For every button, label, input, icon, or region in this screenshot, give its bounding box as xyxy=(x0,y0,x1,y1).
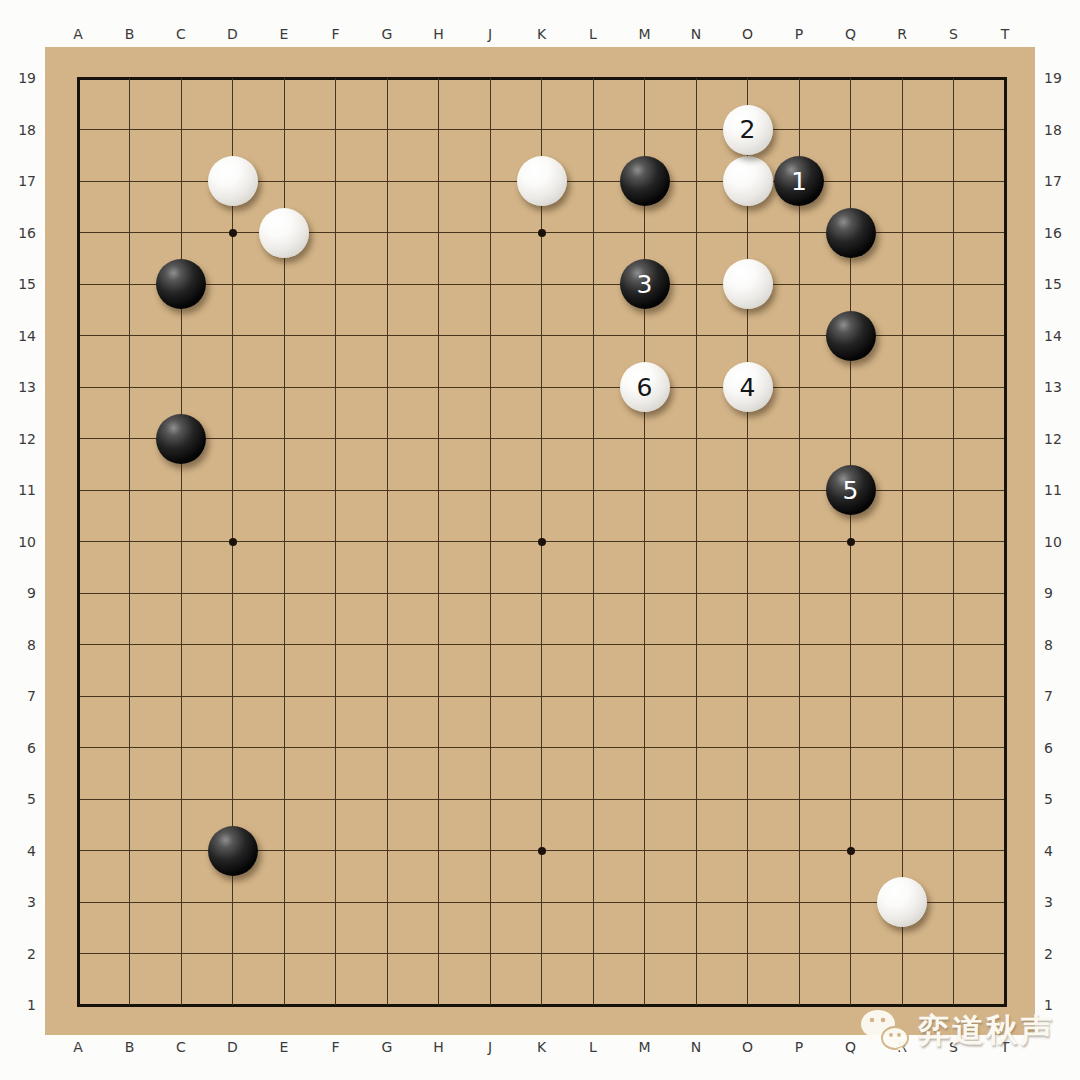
intersection xyxy=(722,825,774,877)
column-label: L xyxy=(567,1035,619,1080)
intersection xyxy=(825,258,877,310)
intersection xyxy=(979,876,1031,928)
intersection xyxy=(258,567,310,619)
intersection xyxy=(928,310,980,362)
intersection xyxy=(258,413,310,465)
intersection xyxy=(464,773,516,825)
intersection xyxy=(104,928,156,980)
intersection xyxy=(310,207,362,259)
intersection xyxy=(52,619,104,671)
intersection xyxy=(413,516,465,568)
row-label: 1 xyxy=(0,979,45,1031)
intersection xyxy=(258,928,310,980)
intersection xyxy=(104,413,156,465)
intersection xyxy=(825,773,877,825)
column-label: T xyxy=(979,0,1031,47)
intersection xyxy=(979,825,1031,877)
intersection xyxy=(567,155,619,207)
intersection xyxy=(567,825,619,877)
column-label: N xyxy=(670,1035,722,1080)
intersection xyxy=(310,567,362,619)
intersection xyxy=(567,773,619,825)
intersection xyxy=(155,155,207,207)
intersection xyxy=(619,722,671,774)
intersection xyxy=(258,722,310,774)
stone-m13: 6 xyxy=(620,362,670,412)
intersection xyxy=(310,619,362,671)
row-label: 5 xyxy=(0,773,45,825)
intersection xyxy=(567,619,619,671)
row-label: 16 xyxy=(1035,207,1080,259)
intersection xyxy=(258,670,310,722)
intersection xyxy=(928,876,980,928)
intersection xyxy=(361,207,413,259)
intersection xyxy=(670,567,722,619)
intersection xyxy=(104,310,156,362)
intersection xyxy=(361,52,413,104)
intersection xyxy=(619,464,671,516)
column-label: M xyxy=(619,1035,671,1080)
watermark-text: 弈道秋声 xyxy=(918,1009,1054,1053)
intersection xyxy=(619,928,671,980)
intersection xyxy=(361,722,413,774)
intersection xyxy=(979,361,1031,413)
column-label: R xyxy=(876,0,928,47)
intersection xyxy=(258,155,310,207)
intersection xyxy=(567,52,619,104)
intersection xyxy=(670,516,722,568)
intersection xyxy=(361,773,413,825)
column-label: C xyxy=(155,1035,207,1080)
intersection xyxy=(207,722,259,774)
intersection xyxy=(52,979,104,1031)
column-label: E xyxy=(258,1035,310,1080)
intersection xyxy=(258,464,310,516)
column-label: J xyxy=(464,1035,516,1080)
column-label: J xyxy=(464,0,516,47)
intersection xyxy=(516,722,568,774)
intersection xyxy=(928,773,980,825)
intersection xyxy=(464,104,516,156)
column-label: G xyxy=(361,0,413,47)
column-label: A xyxy=(52,0,104,47)
intersection xyxy=(876,310,928,362)
intersection xyxy=(207,567,259,619)
intersection xyxy=(825,670,877,722)
intersection xyxy=(670,207,722,259)
intersection xyxy=(619,52,671,104)
row-label: 10 xyxy=(0,516,45,568)
intersection xyxy=(104,722,156,774)
intersection xyxy=(207,928,259,980)
intersection xyxy=(104,207,156,259)
intersection xyxy=(361,825,413,877)
intersection xyxy=(464,361,516,413)
stone-number: 4 xyxy=(740,375,756,400)
intersection xyxy=(155,619,207,671)
column-label: D xyxy=(207,1035,259,1080)
intersection xyxy=(773,619,825,671)
intersection xyxy=(104,104,156,156)
intersection xyxy=(413,979,465,1031)
intersection xyxy=(155,464,207,516)
intersection xyxy=(670,928,722,980)
intersection xyxy=(567,928,619,980)
intersection xyxy=(825,722,877,774)
intersection xyxy=(207,310,259,362)
intersection xyxy=(464,310,516,362)
row-label: 13 xyxy=(1035,361,1080,413)
intersection xyxy=(722,464,774,516)
intersection xyxy=(567,567,619,619)
intersection xyxy=(516,928,568,980)
intersection xyxy=(361,979,413,1031)
intersection xyxy=(310,464,362,516)
intersection xyxy=(876,155,928,207)
intersection xyxy=(413,361,465,413)
intersection xyxy=(619,207,671,259)
intersection xyxy=(619,619,671,671)
intersection xyxy=(567,876,619,928)
intersection xyxy=(310,155,362,207)
column-label: C xyxy=(155,0,207,47)
intersection xyxy=(619,104,671,156)
intersection xyxy=(876,670,928,722)
row-label: 10 xyxy=(1035,516,1080,568)
intersection xyxy=(104,619,156,671)
intersection xyxy=(722,413,774,465)
intersection xyxy=(464,464,516,516)
intersection xyxy=(207,619,259,671)
intersection xyxy=(310,310,362,362)
intersection xyxy=(670,361,722,413)
column-label: F xyxy=(310,0,362,47)
intersection xyxy=(619,310,671,362)
intersection xyxy=(567,207,619,259)
intersection xyxy=(516,361,568,413)
intersection xyxy=(464,876,516,928)
row-label: 2 xyxy=(1035,928,1080,980)
intersection xyxy=(413,876,465,928)
intersection xyxy=(413,52,465,104)
intersection xyxy=(722,979,774,1031)
intersection xyxy=(207,413,259,465)
intersection xyxy=(464,670,516,722)
intersection xyxy=(207,361,259,413)
stone-d17 xyxy=(208,156,258,206)
intersection xyxy=(155,825,207,877)
intersection xyxy=(52,52,104,104)
intersection xyxy=(773,258,825,310)
intersection xyxy=(361,104,413,156)
intersection xyxy=(979,928,1031,980)
stone-o18: 2 xyxy=(723,105,773,155)
intersection xyxy=(928,722,980,774)
intersection xyxy=(516,52,568,104)
row-label: 13 xyxy=(0,361,45,413)
intersection xyxy=(413,825,465,877)
column-labels-top: ABCDEFGHJKLMNOPQRST xyxy=(52,0,1031,47)
intersection xyxy=(619,567,671,619)
intersection xyxy=(670,619,722,671)
intersection xyxy=(722,722,774,774)
stone-m15: 3 xyxy=(620,259,670,309)
intersection xyxy=(773,310,825,362)
row-label: 4 xyxy=(0,825,45,877)
intersection xyxy=(52,516,104,568)
intersection xyxy=(876,825,928,877)
stone-c12 xyxy=(156,414,206,464)
intersection xyxy=(619,773,671,825)
intersection xyxy=(52,361,104,413)
intersection xyxy=(52,464,104,516)
intersection xyxy=(104,52,156,104)
intersection xyxy=(567,979,619,1031)
intersection xyxy=(670,825,722,877)
row-label: 17 xyxy=(1035,155,1080,207)
row-label: 6 xyxy=(0,722,45,774)
intersection xyxy=(413,155,465,207)
intersection xyxy=(825,825,877,877)
intersection xyxy=(876,361,928,413)
intersection xyxy=(670,52,722,104)
intersection xyxy=(464,207,516,259)
row-label: 15 xyxy=(1035,258,1080,310)
intersection xyxy=(979,773,1031,825)
intersection xyxy=(207,52,259,104)
intersection xyxy=(516,567,568,619)
intersection xyxy=(155,567,207,619)
stone-number: 1 xyxy=(791,169,807,194)
intersection xyxy=(567,722,619,774)
intersection xyxy=(876,567,928,619)
stone-r3 xyxy=(877,877,927,927)
column-label: H xyxy=(413,0,465,47)
intersection xyxy=(155,52,207,104)
row-label: 18 xyxy=(1035,104,1080,156)
row-label: 16 xyxy=(0,207,45,259)
intersection xyxy=(516,207,568,259)
intersection xyxy=(464,413,516,465)
intersection xyxy=(928,104,980,156)
intersection xyxy=(670,722,722,774)
row-label: 11 xyxy=(0,464,45,516)
intersection xyxy=(773,413,825,465)
intersection xyxy=(773,876,825,928)
row-label: 18 xyxy=(0,104,45,156)
intersection xyxy=(928,258,980,310)
intersection xyxy=(155,207,207,259)
intersection xyxy=(361,516,413,568)
intersection xyxy=(825,155,877,207)
intersection xyxy=(155,876,207,928)
column-label: P xyxy=(773,0,825,47)
intersection xyxy=(722,928,774,980)
intersection xyxy=(619,413,671,465)
intersection xyxy=(876,207,928,259)
intersection xyxy=(670,773,722,825)
intersection xyxy=(825,567,877,619)
intersection xyxy=(207,104,259,156)
intersection xyxy=(361,413,413,465)
intersection xyxy=(876,928,928,980)
row-label: 5 xyxy=(1035,773,1080,825)
stone-c15 xyxy=(156,259,206,309)
intersection xyxy=(52,722,104,774)
stone-m17 xyxy=(620,156,670,206)
intersection xyxy=(310,516,362,568)
intersection xyxy=(258,310,310,362)
intersection xyxy=(825,876,877,928)
stone-p17: 1 xyxy=(774,156,824,206)
intersection xyxy=(876,52,928,104)
intersection xyxy=(361,567,413,619)
intersection xyxy=(207,979,259,1031)
intersection xyxy=(104,361,156,413)
row-label: 19 xyxy=(0,52,45,104)
intersection xyxy=(310,825,362,877)
intersection xyxy=(464,258,516,310)
intersection xyxy=(361,361,413,413)
intersection xyxy=(773,104,825,156)
intersection xyxy=(155,722,207,774)
intersection xyxy=(207,773,259,825)
intersection xyxy=(207,876,259,928)
intersection xyxy=(979,413,1031,465)
intersection xyxy=(258,516,310,568)
intersection xyxy=(773,207,825,259)
intersection xyxy=(52,567,104,619)
intersection xyxy=(310,928,362,980)
intersection xyxy=(258,52,310,104)
intersection xyxy=(413,310,465,362)
intersection xyxy=(773,928,825,980)
stone-q16 xyxy=(826,208,876,258)
intersection xyxy=(567,413,619,465)
intersection xyxy=(670,258,722,310)
row-label: 9 xyxy=(1035,567,1080,619)
intersection xyxy=(464,928,516,980)
intersection xyxy=(979,464,1031,516)
intersection xyxy=(413,619,465,671)
intersection xyxy=(52,310,104,362)
intersection xyxy=(52,928,104,980)
intersection xyxy=(516,413,568,465)
intersection xyxy=(464,979,516,1031)
intersection xyxy=(310,258,362,310)
intersection xyxy=(258,104,310,156)
column-label: B xyxy=(104,1035,156,1080)
intersection xyxy=(928,52,980,104)
row-label: 12 xyxy=(0,413,45,465)
intersection xyxy=(516,670,568,722)
intersection xyxy=(773,773,825,825)
intersection xyxy=(258,876,310,928)
column-label: H xyxy=(413,1035,465,1080)
row-label: 7 xyxy=(1035,670,1080,722)
intersection xyxy=(979,52,1031,104)
intersection xyxy=(413,464,465,516)
column-label: A xyxy=(52,1035,104,1080)
column-label: Q xyxy=(825,0,877,47)
intersection xyxy=(928,413,980,465)
row-labels-left: 19181716151413121110987654321 xyxy=(0,52,45,1031)
column-label: K xyxy=(516,1035,568,1080)
intersection xyxy=(825,104,877,156)
intersection xyxy=(413,773,465,825)
intersection xyxy=(773,825,825,877)
intersection xyxy=(928,928,980,980)
intersection xyxy=(722,619,774,671)
intersection xyxy=(773,361,825,413)
row-label: 8 xyxy=(0,619,45,671)
intersection xyxy=(104,670,156,722)
row-label: 11 xyxy=(1035,464,1080,516)
intersection xyxy=(722,52,774,104)
intersection xyxy=(155,516,207,568)
stone-d4 xyxy=(208,826,258,876)
intersection xyxy=(567,670,619,722)
row-label: 17 xyxy=(0,155,45,207)
intersection xyxy=(464,722,516,774)
intersection xyxy=(52,773,104,825)
stone-q14 xyxy=(826,311,876,361)
column-label: E xyxy=(258,0,310,47)
intersection xyxy=(104,979,156,1031)
intersection xyxy=(876,516,928,568)
intersection xyxy=(928,670,980,722)
stone-number: 3 xyxy=(637,272,653,297)
intersection xyxy=(310,876,362,928)
intersection xyxy=(979,619,1031,671)
intersection xyxy=(722,773,774,825)
column-label: L xyxy=(567,0,619,47)
intersection xyxy=(567,516,619,568)
intersection xyxy=(52,104,104,156)
intersection xyxy=(52,825,104,877)
intersection xyxy=(258,979,310,1031)
intersection xyxy=(722,207,774,259)
watermark: 弈道秋声 xyxy=(857,1005,1054,1057)
intersection xyxy=(258,825,310,877)
intersection xyxy=(619,876,671,928)
intersection xyxy=(413,258,465,310)
intersection xyxy=(155,670,207,722)
stone-o17 xyxy=(723,156,773,206)
row-label: 7 xyxy=(0,670,45,722)
intersection xyxy=(52,155,104,207)
intersection xyxy=(825,516,877,568)
intersection xyxy=(464,155,516,207)
intersection xyxy=(207,464,259,516)
intersection xyxy=(773,464,825,516)
go-diagram: ABCDEFGHJKLMNOPQRST ABCDEFGHJKLMNOPQRST … xyxy=(0,0,1080,1080)
intersection xyxy=(104,773,156,825)
intersection xyxy=(258,258,310,310)
intersection xyxy=(310,979,362,1031)
intersection xyxy=(361,670,413,722)
intersection xyxy=(670,876,722,928)
intersection xyxy=(155,361,207,413)
intersection xyxy=(258,619,310,671)
intersection xyxy=(876,258,928,310)
intersection xyxy=(516,464,568,516)
intersection xyxy=(567,361,619,413)
intersection xyxy=(825,52,877,104)
intersection xyxy=(516,619,568,671)
stone-number: 5 xyxy=(843,478,859,503)
intersection xyxy=(722,876,774,928)
